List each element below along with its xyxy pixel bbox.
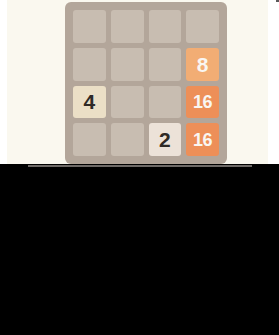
empty-cell-r2c2 xyxy=(149,86,182,119)
tile-4-r2c0: 4 xyxy=(73,86,106,119)
tile-16-r2c3: 16 xyxy=(186,86,219,119)
tile-8-r1c3: 8 xyxy=(186,48,219,81)
screenshot-stage: 8416216 xyxy=(0,0,279,335)
empty-cell-r2c1 xyxy=(111,86,144,119)
empty-cell-r1c1 xyxy=(111,48,144,81)
empty-cell-r0c0 xyxy=(73,10,106,43)
empty-cell-r1c0 xyxy=(73,48,106,81)
empty-cell-r3c1 xyxy=(111,123,144,156)
empty-cell-r0c1 xyxy=(111,10,144,43)
game-page-background: 8416216 xyxy=(7,0,268,164)
divider-line xyxy=(28,165,252,167)
empty-cell-r0c2 xyxy=(149,10,182,43)
black-lower-region xyxy=(0,164,279,335)
board[interactable]: 8416216 xyxy=(65,2,227,164)
empty-cell-r1c2 xyxy=(149,48,182,81)
tile-2-r3c2: 2 xyxy=(149,123,182,156)
empty-cell-r0c3 xyxy=(186,10,219,43)
tile-16-r3c3: 16 xyxy=(186,123,219,156)
empty-cell-r3c0 xyxy=(73,123,106,156)
corner-speck xyxy=(276,0,279,2)
